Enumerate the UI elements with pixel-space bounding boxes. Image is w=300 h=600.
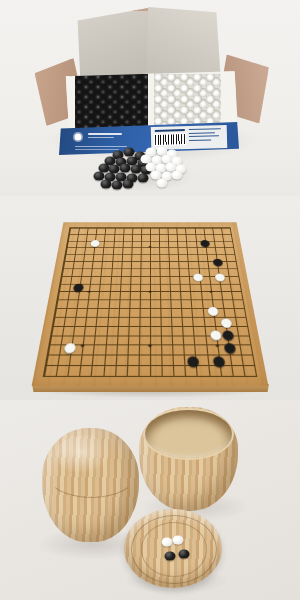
black-stone — [101, 180, 112, 189]
white-stone — [162, 538, 173, 547]
black-stone — [124, 148, 135, 157]
lid-stones — [0, 400, 300, 600]
black-stone — [165, 552, 176, 561]
board-perspective-wrap: ●●●●●●●●●●●●●● — [32, 222, 269, 386]
stone-white-Q7: ● — [206, 304, 219, 315]
photo-stones-box — [0, 0, 300, 196]
stone-white-C4: ● — [63, 340, 77, 353]
black-stone — [112, 181, 123, 190]
stone-black-Q16: ● — [199, 238, 210, 247]
stone-white-R6: ● — [219, 316, 233, 328]
stone-white-P11: ● — [192, 272, 204, 282]
black-stone — [123, 180, 134, 189]
white-stone — [173, 536, 184, 545]
stone-black-Q3: ● — [212, 353, 226, 367]
stone-black-R13: ● — [212, 257, 224, 266]
loose-stones-pile — [0, 0, 300, 196]
stone-white-D16: ● — [89, 238, 100, 247]
stone-black-R5: ● — [221, 328, 235, 340]
black-stone — [179, 550, 190, 559]
photo-go-board: ●●●●●●●●●●●●●● — [0, 196, 300, 400]
stone-white-Q5: ● — [209, 328, 223, 340]
stones-layer: ●●●●●●●●●●●●●● — [36, 224, 265, 382]
photo-go-bowls — [0, 400, 300, 600]
white-stone — [157, 179, 168, 188]
black-stone — [138, 174, 149, 183]
white-stone — [172, 171, 183, 180]
black-stone — [120, 164, 131, 173]
go-set-product-photo: ●●●●●●●●●●●●●● — [0, 0, 300, 600]
go-board: ●●●●●●●●●●●●●● — [32, 222, 269, 386]
stone-white-R11: ● — [214, 272, 226, 282]
stone-black-O3: ● — [186, 353, 200, 367]
stone-black-C10: ● — [72, 282, 85, 292]
stone-black-R4: ● — [223, 340, 237, 353]
